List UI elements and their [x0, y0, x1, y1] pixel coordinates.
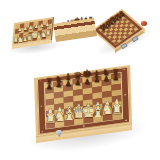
main-open-board-view: ♜♞♝♛♚♝♞♜♟♟♟♟♟♟♟♟♟♟♟♟♟♟♟♟♜♞♝♛♚♝♞♜: [0, 0, 160, 160]
chess-set-product-photo: ♜♞♝♛♚♝♞♜♟♟♟♟♟♟♟♟ ♜♞♝♛♚♝♞♜♟♟♟♟♟♟♜♞♝♛♚♝♞♜ …: [0, 0, 160, 160]
frame-inlay-dot: [124, 94, 125, 95]
frame-inlay-dot: [125, 120, 126, 121]
frame-inlay-dot: [40, 106, 41, 107]
frame-inlay-dot: [83, 125, 84, 126]
